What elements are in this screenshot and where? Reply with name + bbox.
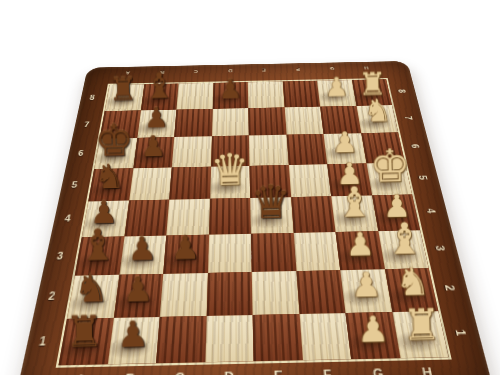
white-pawn-icon: ♟ [346,229,376,259]
file-label-near-h: H [421,364,434,375]
piece-white-rook-h1[interactable]: ♜ [392,310,449,358]
white-pawn-icon: ♟ [325,74,349,99]
square-c7[interactable] [174,108,212,136]
rank-label-right-7: 7 [403,115,414,119]
black-pawn-icon: ♟ [171,232,201,262]
square-f6[interactable] [286,134,327,165]
square-e2[interactable] [252,271,299,314]
square-f2[interactable] [296,270,345,313]
rank-label-right-1: 1 [453,328,467,335]
file-label-far-b: B [160,70,165,74]
rank-label-left-1: 1 [38,334,47,347]
camera-tilt-wrapper: TAJ CHESS STORE ♜♝♟♟♜♟♞♚♟♟♞♛♟♚♟♛♝♟♝♟♟♟♝♞… [0,0,500,375]
rank-label-right-3: 3 [434,245,447,251]
file-label-far-c: C [194,69,198,73]
piece-black-pawn-b2[interactable]: ♟ [113,273,163,316]
product-photo-background: TAJ CHESS STORE ♜♝♟♟♜♟♞♚♟♟♞♛♟♚♟♛♝♟♝♟♟♟♝♞… [0,0,500,375]
white-queen-icon: ♛ [210,149,250,190]
file-label-near-a: A [74,372,86,375]
piece-black-rook-a1[interactable]: ♜ [58,317,113,365]
file-label-near-b: B [124,370,135,375]
square-e3[interactable] [251,232,296,272]
board-grid: ♜♝♟♟♜♟♞♚♟♟♞♛♟♚♟♛♝♟♝♟♟♟♝♞♟♟♞♜♟♟♜ [58,79,448,365]
piece-white-knight-h7[interactable]: ♞ [356,104,398,132]
black-rook-icon: ♜ [109,74,138,104]
piece-white-pawn-g8[interactable]: ♟ [317,80,356,106]
square-f4[interactable] [291,196,336,232]
file-label-near-g: G [372,365,385,375]
square-c5[interactable] [169,166,210,199]
rank-label-left-7: 7 [83,120,90,128]
rank-label-right-4: 4 [425,208,437,213]
square-e7[interactable] [248,107,286,135]
file-label-near-e: E [274,367,284,375]
file-label-far-d: D [228,68,232,72]
black-knight-icon: ♞ [94,161,125,193]
square-c1[interactable] [156,315,206,363]
white-knight-icon: ♞ [395,263,430,299]
white-pawn-icon: ♟ [351,269,382,301]
file-label-near-d: D [224,368,234,375]
perspective-scene: TAJ CHESS STORE ♜♝♟♟♜♟♞♚♟♟♞♛♟♚♟♛♝♟♝♟♟♟♝♞… [0,0,500,375]
black-knight-icon: ♞ [74,270,109,306]
square-f7[interactable] [284,106,323,134]
square-c6[interactable] [172,136,212,167]
black-pawn-icon: ♟ [122,273,153,305]
piece-white-queen-d5[interactable]: ♛ [210,165,250,198]
piece-black-rook-a8[interactable]: ♜ [105,84,144,111]
piece-black-pawn-b6[interactable]: ♟ [133,137,174,168]
file-label-far-a: A [126,70,131,74]
rank-label-left-4: 4 [64,213,72,223]
rank-label-left-8: 8 [89,94,95,101]
piece-black-pawn-b1[interactable]: ♟ [107,316,160,364]
black-pawn-icon: ♟ [116,317,149,350]
black-bishop-icon: ♝ [143,70,175,103]
white-rook-icon: ♜ [402,305,441,345]
black-king-icon: ♚ [94,119,134,160]
square-d3[interactable] [208,233,252,273]
square-e8[interactable] [248,81,284,107]
rank-label-right-8: 8 [397,89,407,93]
square-f1[interactable] [299,312,351,360]
rank-label-left-6: 6 [77,149,84,157]
black-queen-icon: ♛ [250,181,292,224]
piece-black-pawn-d8[interactable]: ♟ [212,82,248,108]
rank-label-left-5: 5 [71,180,78,189]
file-label-far-g: G [330,66,335,70]
file-label-far-f: F [296,67,300,71]
white-bishop-icon: ♝ [384,218,424,259]
square-f3[interactable] [293,231,340,270]
piece-white-pawn-g2[interactable]: ♟ [340,269,392,312]
black-pawn-icon: ♟ [144,104,169,130]
piece-white-pawn-g1[interactable]: ♟ [345,311,400,359]
black-pawn-icon: ♟ [218,76,242,101]
square-b5[interactable] [129,167,172,200]
file-label-far-e: E [262,68,266,72]
white-bishop-icon: ♝ [336,183,374,222]
square-d4[interactable] [209,197,251,233]
square-d2[interactable] [206,272,252,315]
square-c8[interactable] [176,82,213,108]
black-pawn-icon: ♟ [140,133,166,160]
rank-label-right-2: 2 [443,285,457,291]
file-label-near-c: C [174,369,185,375]
piece-black-pawn-c3[interactable]: ♟ [163,234,208,274]
square-f8[interactable] [282,80,320,106]
white-knight-icon: ♞ [364,96,392,125]
square-e1[interactable] [253,313,303,361]
chess-board: TAJ CHESS STORE ♜♝♟♟♜♟♞♚♟♟♞♛♟♚♟♛♝♟♝♟♟♟♝♞… [14,61,495,375]
square-f5[interactable] [288,163,331,196]
rank-label-left-2: 2 [48,290,57,302]
square-e6[interactable] [249,134,288,165]
chess-board-3d: TAJ CHESS STORE ♜♝♟♟♜♟♞♚♟♟♞♛♟♚♟♛♝♟♝♟♟♟♝♞… [14,61,495,375]
rank-label-right-5: 5 [417,175,429,180]
square-d1[interactable] [205,314,254,362]
black-bishop-icon: ♝ [78,224,118,265]
white-pawn-icon: ♟ [357,312,390,345]
square-d7[interactable] [212,107,249,135]
piece-black-queen-e4[interactable]: ♛ [250,197,293,233]
square-c2[interactable] [160,272,208,315]
white-pawn-icon: ♟ [332,129,358,156]
white-king-icon: ♚ [369,144,411,187]
rank-label-right-6: 6 [410,144,421,148]
file-label-near-f: F [323,366,333,375]
rank-label-left-3: 3 [56,250,64,261]
black-pawn-icon: ♟ [127,233,157,263]
file-label-far-h: H [364,65,369,69]
black-rook-icon: ♜ [65,312,104,352]
